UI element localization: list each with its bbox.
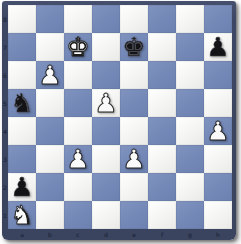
square-h1[interactable] — [204, 201, 232, 229]
page-background: 87654321 abcdefgh ♚♚♟♟♞♟♟♟♟♟♞ — [0, 0, 241, 244]
piece-black-knight: ♞ — [8, 89, 36, 117]
file-label-d: d — [92, 230, 120, 238]
square-a4[interactable] — [8, 117, 36, 145]
square-f8[interactable] — [148, 5, 176, 33]
square-c4[interactable] — [64, 117, 92, 145]
square-a7[interactable] — [8, 33, 36, 61]
square-g6[interactable] — [176, 61, 204, 89]
piece-white-pawn: ♟ — [120, 145, 148, 173]
square-a2[interactable]: ♟ — [8, 173, 36, 201]
square-h3[interactable] — [204, 145, 232, 173]
square-g5[interactable] — [176, 89, 204, 117]
piece-white-pawn: ♟ — [92, 89, 120, 117]
square-g1[interactable] — [176, 201, 204, 229]
square-a6[interactable] — [8, 61, 36, 89]
file-label-a: a — [8, 230, 36, 238]
piece-white-pawn: ♟ — [64, 145, 92, 173]
square-e7[interactable]: ♚ — [120, 33, 148, 61]
square-a3[interactable] — [8, 145, 36, 173]
file-label-h: h — [204, 230, 232, 238]
square-a5[interactable]: ♞ — [8, 89, 36, 117]
piece-white-knight: ♞ — [8, 201, 36, 229]
square-b4[interactable] — [36, 117, 64, 145]
square-h6[interactable] — [204, 61, 232, 89]
piece-white-king: ♚ — [64, 33, 92, 61]
piece-white-pawn: ♟ — [36, 61, 64, 89]
square-f5[interactable] — [148, 89, 176, 117]
square-d1[interactable] — [92, 201, 120, 229]
file-label-b: b — [36, 230, 64, 238]
square-g7[interactable] — [176, 33, 204, 61]
square-d5[interactable]: ♟ — [92, 89, 120, 117]
piece-black-king: ♚ — [120, 33, 148, 61]
square-d8[interactable] — [92, 5, 120, 33]
square-f1[interactable] — [148, 201, 176, 229]
square-b6[interactable]: ♟ — [36, 61, 64, 89]
square-d3[interactable] — [92, 145, 120, 173]
file-label-c: c — [64, 230, 92, 238]
square-a8[interactable] — [8, 5, 36, 33]
square-b1[interactable] — [36, 201, 64, 229]
square-c7[interactable]: ♚ — [64, 33, 92, 61]
square-b7[interactable] — [36, 33, 64, 61]
piece-white-pawn: ♟ — [204, 117, 232, 145]
square-c5[interactable] — [64, 89, 92, 117]
file-label-f: f — [148, 230, 176, 238]
square-f2[interactable] — [148, 173, 176, 201]
square-d2[interactable] — [92, 173, 120, 201]
piece-black-pawn: ♟ — [204, 33, 232, 61]
square-h5[interactable] — [204, 89, 232, 117]
square-b3[interactable] — [36, 145, 64, 173]
square-f7[interactable] — [148, 33, 176, 61]
square-h8[interactable] — [204, 5, 232, 33]
file-labels: abcdefgh — [8, 230, 232, 238]
chess-board: 87654321 abcdefgh ♚♚♟♟♞♟♟♟♟♟♞ — [2, 1, 236, 240]
square-c1[interactable] — [64, 201, 92, 229]
square-f4[interactable] — [148, 117, 176, 145]
square-c2[interactable] — [64, 173, 92, 201]
square-f6[interactable] — [148, 61, 176, 89]
board-grid: ♚♚♟♟♞♟♟♟♟♟♞ — [8, 5, 232, 229]
square-e4[interactable] — [120, 117, 148, 145]
square-e6[interactable] — [120, 61, 148, 89]
square-c6[interactable] — [64, 61, 92, 89]
file-label-g: g — [176, 230, 204, 238]
square-e3[interactable]: ♟ — [120, 145, 148, 173]
square-e1[interactable] — [120, 201, 148, 229]
square-g8[interactable] — [176, 5, 204, 33]
square-h2[interactable] — [204, 173, 232, 201]
square-a1[interactable]: ♞ — [8, 201, 36, 229]
square-g4[interactable] — [176, 117, 204, 145]
piece-black-pawn: ♟ — [8, 173, 36, 201]
square-h4[interactable]: ♟ — [204, 117, 232, 145]
square-c8[interactable] — [64, 5, 92, 33]
square-e5[interactable] — [120, 89, 148, 117]
square-g3[interactable] — [176, 145, 204, 173]
square-d7[interactable] — [92, 33, 120, 61]
square-e8[interactable] — [120, 5, 148, 33]
square-f3[interactable] — [148, 145, 176, 173]
square-c3[interactable]: ♟ — [64, 145, 92, 173]
square-e2[interactable] — [120, 173, 148, 201]
square-b5[interactable] — [36, 89, 64, 117]
file-label-e: e — [120, 230, 148, 238]
square-h7[interactable]: ♟ — [204, 33, 232, 61]
square-g2[interactable] — [176, 173, 204, 201]
square-d6[interactable] — [92, 61, 120, 89]
square-b2[interactable] — [36, 173, 64, 201]
square-d4[interactable] — [92, 117, 120, 145]
square-b8[interactable] — [36, 5, 64, 33]
